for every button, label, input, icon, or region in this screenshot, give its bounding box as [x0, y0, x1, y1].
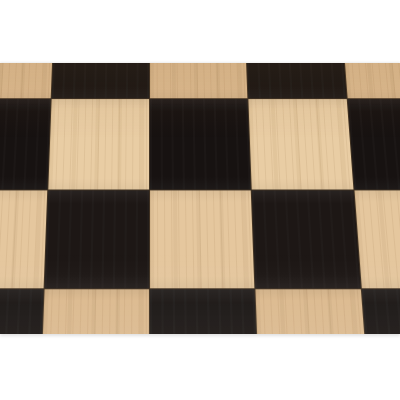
board-square: [0, 99, 51, 190]
board-square: [150, 191, 255, 288]
board-square: [48, 99, 149, 190]
product-photo: [0, 0, 400, 400]
board-square: [341, 63, 400, 98]
board-square: [0, 289, 44, 334]
board-square: [361, 289, 400, 334]
board-square: [256, 289, 368, 334]
board-square: [150, 63, 248, 98]
board-square: [249, 99, 353, 190]
board-square: [347, 99, 400, 190]
board-square: [52, 63, 150, 98]
board-square: [150, 289, 258, 334]
board-square: [41, 289, 149, 334]
board-square: [252, 191, 360, 288]
board-square: [150, 99, 251, 190]
board-square: [354, 191, 400, 288]
chessboard-photo-band: [0, 63, 400, 334]
board-square: [45, 191, 150, 288]
board-square: [246, 63, 347, 98]
chessboard: [0, 63, 400, 334]
board-square: [0, 63, 54, 98]
board-square: [0, 191, 47, 288]
